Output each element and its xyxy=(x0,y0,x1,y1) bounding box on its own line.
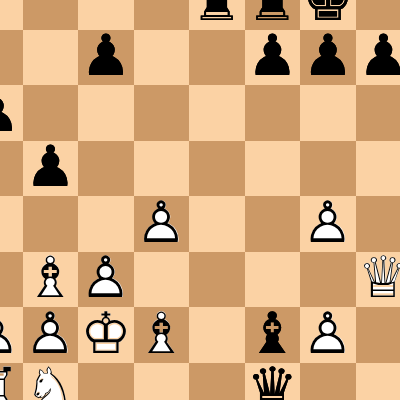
black-king-icon: ♚ xyxy=(302,0,353,29)
white-bishop-icon: ♝ xyxy=(25,250,76,307)
white-bishop-outline-icon: ♗ xyxy=(25,250,76,307)
black-bishop-piece[interactable]: ♝♝ xyxy=(245,307,301,363)
white-rook-icon: ♜ xyxy=(0,361,20,400)
square-g2[interactable]: ♟♙ xyxy=(300,307,356,363)
square-c7[interactable]: ♟♟ xyxy=(78,30,134,86)
black-pawn-icon: ♟ xyxy=(247,28,298,85)
square-a1[interactable]: ♜♖ xyxy=(0,363,23,400)
black-rook-outline-icon: ♜ xyxy=(247,0,298,29)
square-h3[interactable]: ♛♕ xyxy=(356,252,400,308)
square-b6[interactable] xyxy=(23,85,79,141)
white-pawn-outline-icon: ♙ xyxy=(80,250,131,307)
white-pawn-outline-icon: ♙ xyxy=(302,194,353,251)
square-f1[interactable]: ♛♛ xyxy=(245,363,301,400)
white-pawn-icon: ♟ xyxy=(25,305,76,362)
white-knight-icon: ♞ xyxy=(25,361,76,400)
black-pawn-outline-icon: ♟ xyxy=(80,28,131,85)
square-f2[interactable]: ♝♝ xyxy=(245,307,301,363)
square-e1[interactable] xyxy=(189,363,245,400)
white-knight-piece[interactable]: ♞♘ xyxy=(23,363,79,400)
square-c8[interactable] xyxy=(78,0,134,30)
black-pawn-piece[interactable]: ♟♟ xyxy=(356,30,400,86)
square-g8[interactable]: ♚♚ xyxy=(300,0,356,30)
black-pawn-icon: ♟ xyxy=(25,139,76,196)
white-pawn-piece[interactable]: ♟♙ xyxy=(300,196,356,252)
square-d7[interactable] xyxy=(134,30,190,86)
white-knight-outline-icon: ♘ xyxy=(25,361,76,400)
square-b4[interactable] xyxy=(23,196,79,252)
black-pawn-outline-icon: ♟ xyxy=(0,83,20,140)
square-e2[interactable] xyxy=(189,307,245,363)
square-f4[interactable] xyxy=(245,196,301,252)
square-g6[interactable] xyxy=(300,85,356,141)
white-pawn-icon: ♟ xyxy=(302,194,353,251)
black-queen-outline-icon: ♛ xyxy=(247,361,298,400)
square-f8[interactable]: ♜♜ xyxy=(245,0,301,30)
black-pawn-outline-icon: ♟ xyxy=(302,28,353,85)
square-e8[interactable]: ♜♜ xyxy=(189,0,245,30)
square-c5[interactable] xyxy=(78,141,134,197)
square-d5[interactable] xyxy=(134,141,190,197)
square-c4[interactable] xyxy=(78,196,134,252)
white-bishop-icon: ♝ xyxy=(136,305,187,362)
black-pawn-outline-icon: ♟ xyxy=(358,28,400,85)
square-f3[interactable] xyxy=(245,252,301,308)
white-pawn-outline-icon: ♙ xyxy=(0,305,20,362)
black-pawn-piece[interactable]: ♟♟ xyxy=(300,30,356,86)
square-h4[interactable] xyxy=(356,196,400,252)
black-pawn-piece[interactable]: ♟♟ xyxy=(0,85,23,141)
square-c3[interactable]: ♟♙ xyxy=(78,252,134,308)
black-rook-outline-icon: ♜ xyxy=(191,0,242,29)
white-queen-piece[interactable]: ♛♕ xyxy=(356,252,400,308)
black-rook-piece[interactable]: ♜♜ xyxy=(189,0,245,30)
square-a2[interactable]: ♟♙ xyxy=(0,307,23,363)
square-c2[interactable]: ♚♔ xyxy=(78,307,134,363)
white-pawn-outline-icon: ♙ xyxy=(302,305,353,362)
square-c6[interactable] xyxy=(78,85,134,141)
square-h8[interactable] xyxy=(356,0,400,30)
square-h7[interactable]: ♟♟ xyxy=(356,30,400,86)
white-pawn-icon: ♟ xyxy=(0,305,20,362)
square-h1[interactable] xyxy=(356,363,400,400)
square-d1[interactable] xyxy=(134,363,190,400)
black-rook-piece[interactable]: ♜♜ xyxy=(245,0,301,30)
chessboard-viewport: ♜♜♜♜♚♚♟♟♟♟♟♟♟♟♟♟♟♟♟♙♟♙♝♗♟♙♛♕♟♙♟♙♚♔♝♗♝♝♟♙… xyxy=(0,0,400,400)
white-pawn-outline-icon: ♙ xyxy=(25,305,76,362)
square-b3[interactable]: ♝♗ xyxy=(23,252,79,308)
square-b1[interactable]: ♞♘ xyxy=(23,363,79,400)
white-bishop-piece[interactable]: ♝♗ xyxy=(134,307,190,363)
white-king-piece[interactable]: ♚♔ xyxy=(78,307,134,363)
black-rook-icon: ♜ xyxy=(191,0,242,29)
square-f6[interactable] xyxy=(245,85,301,141)
white-rook-outline-icon: ♖ xyxy=(0,361,20,400)
white-pawn-piece[interactable]: ♟♙ xyxy=(78,252,134,308)
square-f5[interactable] xyxy=(245,141,301,197)
white-pawn-piece[interactable]: ♟♙ xyxy=(0,307,23,363)
square-g3[interactable] xyxy=(300,252,356,308)
white-queen-icon: ♛ xyxy=(358,250,400,307)
square-h6[interactable] xyxy=(356,85,400,141)
black-pawn-piece[interactable]: ♟♟ xyxy=(245,30,301,86)
black-rook-icon: ♜ xyxy=(247,0,298,29)
square-f7[interactable]: ♟♟ xyxy=(245,30,301,86)
black-pawn-piece[interactable]: ♟♟ xyxy=(78,30,134,86)
white-pawn-icon: ♟ xyxy=(302,305,353,362)
square-b5[interactable]: ♟♟ xyxy=(23,141,79,197)
white-rook-piece[interactable]: ♜♖ xyxy=(0,363,23,400)
square-d3[interactable] xyxy=(134,252,190,308)
square-g7[interactable]: ♟♟ xyxy=(300,30,356,86)
black-pawn-icon: ♟ xyxy=(302,28,353,85)
square-g1[interactable] xyxy=(300,363,356,400)
white-pawn-piece[interactable]: ♟♙ xyxy=(23,307,79,363)
square-g4[interactable]: ♟♙ xyxy=(300,196,356,252)
black-pawn-outline-icon: ♟ xyxy=(247,28,298,85)
square-d8[interactable] xyxy=(134,0,190,30)
square-g5[interactable] xyxy=(300,141,356,197)
black-pawn-icon: ♟ xyxy=(358,28,400,85)
square-b8[interactable] xyxy=(23,0,79,30)
black-queen-icon: ♛ xyxy=(247,361,298,400)
black-bishop-outline-icon: ♝ xyxy=(247,305,298,362)
white-pawn-piece[interactable]: ♟♙ xyxy=(300,307,356,363)
black-pawn-icon: ♟ xyxy=(0,83,20,140)
white-pawn-piece[interactable]: ♟♙ xyxy=(134,196,190,252)
square-h2[interactable] xyxy=(356,307,400,363)
square-a4[interactable] xyxy=(0,196,23,252)
square-e3[interactable] xyxy=(189,252,245,308)
white-pawn-icon: ♟ xyxy=(136,194,187,251)
chessboard: ♜♜♜♜♚♚♟♟♟♟♟♟♟♟♟♟♟♟♟♙♟♙♝♗♟♙♛♕♟♙♟♙♚♔♝♗♝♝♟♙… xyxy=(0,0,400,400)
black-pawn-outline-icon: ♟ xyxy=(25,139,76,196)
black-king-outline-icon: ♚ xyxy=(302,0,353,29)
white-pawn-icon: ♟ xyxy=(80,250,131,307)
square-a8[interactable] xyxy=(0,0,23,30)
white-pawn-outline-icon: ♙ xyxy=(136,194,187,251)
black-pawn-icon: ♟ xyxy=(80,28,131,85)
square-h5[interactable] xyxy=(356,141,400,197)
square-a6[interactable]: ♟♟ xyxy=(0,85,23,141)
black-king-piece[interactable]: ♚♚ xyxy=(300,0,356,30)
square-e7[interactable] xyxy=(189,30,245,86)
square-b2[interactable]: ♟♙ xyxy=(23,307,79,363)
square-b7[interactable] xyxy=(23,30,79,86)
square-d6[interactable] xyxy=(134,85,190,141)
square-d4[interactable]: ♟♙ xyxy=(134,196,190,252)
black-queen-piece[interactable]: ♛♛ xyxy=(245,363,301,400)
square-a3[interactable] xyxy=(0,252,23,308)
white-bishop-outline-icon: ♗ xyxy=(136,305,187,362)
black-bishop-icon: ♝ xyxy=(247,305,298,362)
square-e4[interactable] xyxy=(189,196,245,252)
white-bishop-piece[interactable]: ♝♗ xyxy=(23,252,79,308)
square-a7[interactable] xyxy=(0,30,23,86)
square-e6[interactable] xyxy=(189,85,245,141)
square-e5[interactable] xyxy=(189,141,245,197)
white-king-outline-icon: ♔ xyxy=(80,305,131,362)
white-queen-outline-icon: ♕ xyxy=(358,250,400,307)
black-pawn-piece[interactable]: ♟♟ xyxy=(23,141,79,197)
square-a5[interactable] xyxy=(0,141,23,197)
square-c1[interactable] xyxy=(78,363,134,400)
white-king-icon: ♚ xyxy=(80,305,131,362)
square-d2[interactable]: ♝♗ xyxy=(134,307,190,363)
